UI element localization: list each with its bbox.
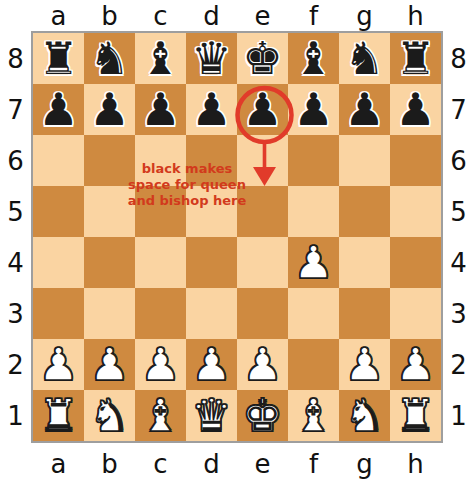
file-label-h: h [407,449,423,479]
file-label-c: c [153,449,167,479]
rank-label-5: 5 [7,197,24,227]
black-queen-d8[interactable]: ♛ [191,36,231,81]
rank-labels-right: 87654321 [443,33,474,441]
square-f4[interactable]: ♟ [288,237,339,288]
square-a4[interactable] [33,237,84,288]
black-rook-a8[interactable]: ♜ [38,36,78,81]
square-e4[interactable] [237,237,288,288]
file-label-h: h [407,1,423,31]
rank-label-5: 5 [450,197,467,227]
square-a5[interactable] [33,186,84,237]
square-a7[interactable]: ♟ [33,84,84,135]
file-label-b: b [101,449,118,479]
square-e8[interactable]: ♚ [237,33,288,84]
square-g7[interactable]: ♟ [339,84,390,135]
white-pawn-c2[interactable]: ♟ [140,342,180,387]
black-king-e8[interactable]: ♚ [242,36,282,81]
rank-label-7: 7 [450,95,467,125]
chess-board: ♜♞♝♛♚♝♞♜♟♟♟♟♟♟♟♟♟♟♟♟♟♟♟♟♜♞♝♛♚♝♞♜ [31,31,443,443]
square-c7[interactable]: ♟ [135,84,186,135]
square-h2[interactable]: ♟ [390,339,441,390]
file-label-c: c [153,1,167,31]
square-g3[interactable] [339,288,390,339]
white-pawn-a2[interactable]: ♟ [38,342,78,387]
square-h1[interactable]: ♜ [390,390,441,441]
black-pawn-b7[interactable]: ♟ [89,87,129,132]
rank-label-2: 2 [450,350,467,380]
square-d7[interactable]: ♟ [186,84,237,135]
square-f1[interactable]: ♝ [288,390,339,441]
black-bishop-c8[interactable]: ♝ [140,36,180,81]
square-a3[interactable] [33,288,84,339]
square-f5[interactable] [288,186,339,237]
square-b5[interactable] [84,186,135,237]
square-d5[interactable] [186,186,237,237]
square-f8[interactable]: ♝ [288,33,339,84]
square-f6[interactable] [288,135,339,186]
rank-label-3: 3 [7,299,24,329]
square-e2[interactable]: ♟ [237,339,288,390]
square-a6[interactable] [33,135,84,186]
file-label-e: e [255,449,271,479]
file-labels-top: abcdefgh [33,0,441,31]
rank-label-2: 2 [7,350,24,380]
black-knight-b8[interactable]: ♞ [89,36,129,81]
file-label-f: f [309,449,318,479]
black-pawn-f7[interactable]: ♟ [293,87,333,132]
square-c3[interactable] [135,288,186,339]
rank-label-4: 4 [450,248,467,278]
square-e3[interactable] [237,288,288,339]
white-pawn-h2[interactable]: ♟ [395,342,435,387]
rank-label-6: 6 [7,146,24,176]
square-b2[interactable]: ♟ [84,339,135,390]
black-knight-g8[interactable]: ♞ [344,36,384,81]
rank-label-8: 8 [450,44,467,74]
square-f7[interactable]: ♟ [288,84,339,135]
file-label-d: d [203,1,220,31]
square-b6[interactable] [84,135,135,186]
square-d4[interactable] [186,237,237,288]
file-label-d: d [203,449,220,479]
square-h5[interactable] [390,186,441,237]
square-d6[interactable] [186,135,237,186]
white-rook-a1[interactable]: ♜ [38,393,78,438]
white-bishop-f1[interactable]: ♝ [293,393,333,438]
square-g8[interactable]: ♞ [339,33,390,84]
rank-label-3: 3 [450,299,467,329]
white-pawn-f4[interactable]: ♟ [293,240,333,285]
square-h6[interactable] [390,135,441,186]
square-e1[interactable]: ♚ [237,390,288,441]
white-bishop-c1[interactable]: ♝ [140,393,180,438]
rank-label-1: 1 [7,401,24,431]
white-queen-d1[interactable]: ♛ [191,393,231,438]
white-knight-g1[interactable]: ♞ [344,393,384,438]
square-d3[interactable] [186,288,237,339]
file-label-a: a [51,1,67,31]
square-h4[interactable] [390,237,441,288]
file-label-b: b [101,1,118,31]
square-e6[interactable] [237,135,288,186]
black-pawn-e7[interactable]: ♟ [242,87,282,132]
file-label-e: e [255,1,271,31]
square-h3[interactable] [390,288,441,339]
square-d2[interactable]: ♟ [186,339,237,390]
square-g1[interactable]: ♞ [339,390,390,441]
square-b3[interactable] [84,288,135,339]
black-pawn-d7[interactable]: ♟ [191,87,231,132]
square-a2[interactable]: ♟ [33,339,84,390]
white-pawn-d2[interactable]: ♟ [191,342,231,387]
square-a1[interactable]: ♜ [33,390,84,441]
square-c8[interactable]: ♝ [135,33,186,84]
square-e5[interactable] [237,186,288,237]
square-b4[interactable] [84,237,135,288]
rank-label-8: 8 [7,44,24,74]
black-rook-h8[interactable]: ♜ [395,36,435,81]
square-b8[interactable]: ♞ [84,33,135,84]
square-h8[interactable]: ♜ [390,33,441,84]
white-king-e1[interactable]: ♚ [242,393,282,438]
white-pawn-g2[interactable]: ♟ [344,342,384,387]
file-label-f: f [309,1,318,31]
file-label-g: g [356,449,373,479]
rank-label-6: 6 [450,146,467,176]
square-c5[interactable] [135,186,186,237]
black-pawn-a7[interactable]: ♟ [38,87,78,132]
black-bishop-f8[interactable]: ♝ [293,36,333,81]
white-pawn-e2[interactable]: ♟ [242,342,282,387]
black-pawn-c7[interactable]: ♟ [140,87,180,132]
square-g2[interactable]: ♟ [339,339,390,390]
rank-label-7: 7 [7,95,24,125]
square-d8[interactable]: ♛ [186,33,237,84]
square-b1[interactable]: ♞ [84,390,135,441]
square-g5[interactable] [339,186,390,237]
square-g4[interactable] [339,237,390,288]
file-label-g: g [356,1,373,31]
square-d1[interactable]: ♛ [186,390,237,441]
file-label-a: a [51,449,67,479]
square-h7[interactable]: ♟ [390,84,441,135]
black-pawn-g7[interactable]: ♟ [344,87,384,132]
square-f3[interactable] [288,288,339,339]
rank-labels-left: 87654321 [0,33,31,441]
square-f2[interactable] [288,339,339,390]
square-c4[interactable] [135,237,186,288]
square-c2[interactable]: ♟ [135,339,186,390]
white-pawn-b2[interactable]: ♟ [89,342,129,387]
square-g6[interactable] [339,135,390,186]
square-c1[interactable]: ♝ [135,390,186,441]
rank-label-1: 1 [450,401,467,431]
rank-label-4: 4 [7,248,24,278]
white-rook-h1[interactable]: ♜ [395,393,435,438]
square-b7[interactable]: ♟ [84,84,135,135]
square-a8[interactable]: ♜ [33,33,84,84]
white-knight-b1[interactable]: ♞ [89,393,129,438]
square-e7[interactable]: ♟ [237,84,288,135]
file-labels-bottom: abcdefgh [33,447,441,481]
square-c6[interactable] [135,135,186,186]
black-pawn-h7[interactable]: ♟ [395,87,435,132]
